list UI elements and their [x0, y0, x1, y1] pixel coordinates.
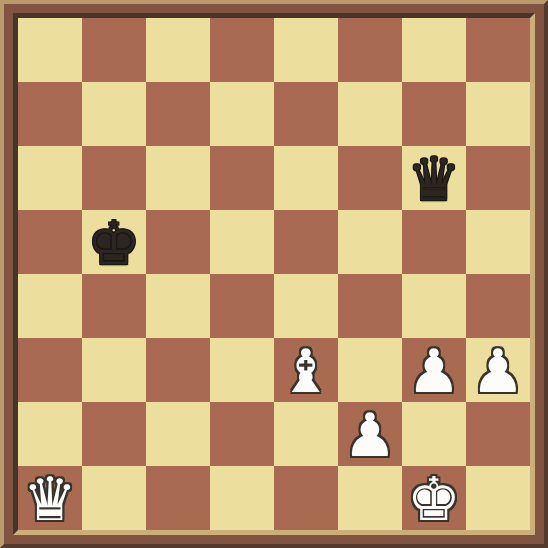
white-king[interactable]: ♚ [407, 467, 461, 530]
square-d2[interactable] [210, 402, 274, 466]
square-d1[interactable] [210, 466, 274, 530]
square-b1[interactable] [82, 466, 146, 530]
square-e1[interactable] [274, 466, 338, 530]
square-a7[interactable] [18, 82, 82, 146]
square-h7[interactable] [466, 82, 530, 146]
square-f5[interactable] [338, 210, 402, 274]
square-a3[interactable] [18, 338, 82, 402]
square-b7[interactable] [82, 82, 146, 146]
square-g6[interactable]: ♛ [402, 146, 466, 210]
square-b3[interactable] [82, 338, 146, 402]
square-g5[interactable] [402, 210, 466, 274]
square-d5[interactable] [210, 210, 274, 274]
chess-board: ♛♚♝♟♟♟♛♚ [18, 18, 530, 530]
square-g4[interactable] [402, 274, 466, 338]
square-h3[interactable]: ♟ [466, 338, 530, 402]
square-b5[interactable]: ♚ [82, 210, 146, 274]
square-f1[interactable] [338, 466, 402, 530]
square-c2[interactable] [146, 402, 210, 466]
black-queen[interactable]: ♛ [407, 147, 461, 210]
square-d6[interactable] [210, 146, 274, 210]
square-e6[interactable] [274, 146, 338, 210]
square-b6[interactable] [82, 146, 146, 210]
square-b8[interactable] [82, 18, 146, 82]
square-h2[interactable] [466, 402, 530, 466]
square-a2[interactable] [18, 402, 82, 466]
square-f8[interactable] [338, 18, 402, 82]
square-d8[interactable] [210, 18, 274, 82]
square-h5[interactable] [466, 210, 530, 274]
square-f2[interactable]: ♟ [338, 402, 402, 466]
square-g8[interactable] [402, 18, 466, 82]
square-f7[interactable] [338, 82, 402, 146]
white-bishop[interactable]: ♝ [279, 339, 333, 402]
board-frame: ♛♚♝♟♟♟♛♚ [0, 0, 548, 548]
square-c8[interactable] [146, 18, 210, 82]
square-f4[interactable] [338, 274, 402, 338]
white-queen[interactable]: ♛ [23, 467, 77, 530]
square-f6[interactable] [338, 146, 402, 210]
square-c5[interactable] [146, 210, 210, 274]
square-h8[interactable] [466, 18, 530, 82]
square-g7[interactable] [402, 82, 466, 146]
square-e5[interactable] [274, 210, 338, 274]
white-pawn[interactable]: ♟ [407, 339, 461, 402]
square-a4[interactable] [18, 274, 82, 338]
square-g2[interactable] [402, 402, 466, 466]
square-a8[interactable] [18, 18, 82, 82]
square-e4[interactable] [274, 274, 338, 338]
square-c1[interactable] [146, 466, 210, 530]
square-b4[interactable] [82, 274, 146, 338]
square-a5[interactable] [18, 210, 82, 274]
square-h6[interactable] [466, 146, 530, 210]
square-f3[interactable] [338, 338, 402, 402]
square-a1[interactable]: ♛ [18, 466, 82, 530]
black-king[interactable]: ♚ [87, 211, 141, 274]
square-e2[interactable] [274, 402, 338, 466]
square-e8[interactable] [274, 18, 338, 82]
square-e3[interactable]: ♝ [274, 338, 338, 402]
white-pawn[interactable]: ♟ [471, 339, 525, 402]
square-a6[interactable] [18, 146, 82, 210]
square-c3[interactable] [146, 338, 210, 402]
square-c4[interactable] [146, 274, 210, 338]
square-d4[interactable] [210, 274, 274, 338]
square-e7[interactable] [274, 82, 338, 146]
square-c6[interactable] [146, 146, 210, 210]
square-c7[interactable] [146, 82, 210, 146]
square-g3[interactable]: ♟ [402, 338, 466, 402]
square-d7[interactable] [210, 82, 274, 146]
square-d3[interactable] [210, 338, 274, 402]
square-b2[interactable] [82, 402, 146, 466]
square-h1[interactable] [466, 466, 530, 530]
square-h4[interactable] [466, 274, 530, 338]
square-g1[interactable]: ♚ [402, 466, 466, 530]
board-frame-inner: ♛♚♝♟♟♟♛♚ [13, 13, 535, 535]
white-pawn[interactable]: ♟ [343, 403, 397, 466]
